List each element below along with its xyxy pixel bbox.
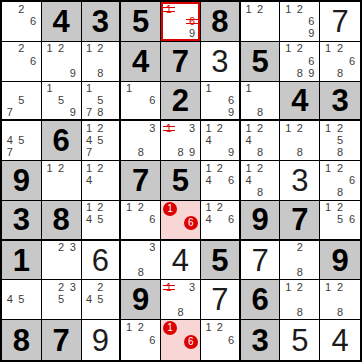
candidate-slot-6: 6	[184, 335, 198, 349]
cell-r7c1[interactable]: 1	[2, 241, 42, 281]
candidate-slot-6: 6	[27, 55, 39, 67]
candidate-slot-8	[16, 28, 28, 40]
cell-r6c6[interactable]: 1246	[201, 201, 241, 241]
candidate-grid: 57	[4, 83, 39, 119]
candidate: 1	[205, 83, 211, 94]
candidate-slot-9	[306, 147, 318, 159]
candidate: 3	[149, 123, 155, 134]
cell-r3c6[interactable]: 169	[201, 82, 241, 122]
solved-digit: 7	[211, 284, 228, 315]
solved-digit: 3	[291, 165, 308, 196]
cell-r9c7[interactable]: 3	[241, 320, 281, 360]
candidate: 2	[18, 4, 24, 15]
candidate: 1	[285, 43, 291, 54]
candidate: 5	[58, 294, 64, 305]
candidate: 1	[245, 83, 251, 94]
candidate-grid: 1258	[322, 122, 358, 159]
candidate-slot-6	[27, 94, 39, 106]
candidate-slot-7	[322, 226, 334, 238]
eliminated-candidate: 1	[165, 282, 173, 293]
cell-r3c1[interactable]: 57	[2, 82, 42, 122]
candidate: 2	[97, 43, 103, 54]
candidate-slot-1: 1	[84, 162, 95, 174]
candidate-slot-1	[4, 83, 16, 95]
cell-r3c8[interactable]: 4	[280, 82, 320, 122]
candidate-slot-4	[4, 94, 16, 106]
candidate-slot-2	[16, 122, 28, 134]
cell-r2c5[interactable]: 7	[161, 42, 201, 82]
given-digit: 9	[251, 204, 268, 235]
candidate-slot-2: 2	[334, 122, 346, 134]
candidate: 5	[97, 135, 103, 146]
cell-r6c8[interactable]: 7	[280, 201, 320, 241]
candidate-slot-5: 5	[55, 94, 67, 106]
candidate-grid: 16	[123, 83, 158, 119]
cell-r6c2[interactable]: 8	[42, 201, 82, 241]
candidate-grid: 1268	[322, 43, 358, 80]
candidate-slot-8	[55, 266, 67, 278]
candidate-slot-1	[4, 281, 16, 293]
candidate-slot-6	[147, 135, 159, 147]
candidate-slot-9: 9	[67, 106, 79, 118]
candidate-grid: 1269	[282, 3, 317, 40]
candidate: 6	[308, 16, 314, 27]
cell-r1c1[interactable]: 26	[2, 2, 42, 42]
candidate-slot-7	[4, 306, 16, 318]
candidate-slot-3: 3	[67, 242, 79, 254]
candidate-slot-9	[106, 67, 117, 79]
cell-r2c3[interactable]: 128	[82, 42, 122, 82]
candidate-slot-2	[16, 281, 28, 293]
candidate: 4	[86, 294, 92, 305]
candidate: 9	[189, 28, 195, 39]
candidate-slot-4: 4	[84, 214, 95, 226]
candidate-slot-2: 2	[214, 162, 225, 174]
candidate: 3	[189, 282, 195, 293]
cell-r3c7[interactable]: 18	[241, 82, 281, 122]
candidate: 1	[126, 202, 132, 213]
cell-r5c4[interactable]: 7	[121, 161, 161, 201]
candidate-slot-9	[266, 187, 278, 199]
candidate-slot-8	[95, 306, 106, 318]
candidate-slot-1: 1	[322, 202, 334, 214]
cell-r3c9[interactable]: 3	[320, 82, 360, 122]
candidate-slot-8	[177, 349, 184, 359]
cell-r9c1[interactable]: 8	[2, 320, 42, 360]
candidate-slot-5	[55, 55, 67, 67]
candidate-slot-2: 2	[294, 3, 306, 15]
cell-r7c4[interactable]: 38	[121, 241, 161, 281]
cell-r8c7[interactable]: 6	[241, 280, 281, 320]
candidate-slot-6	[306, 294, 318, 306]
candidate: 6	[30, 56, 36, 67]
cell-r7c8[interactable]: 28	[280, 241, 320, 281]
cell-r8c8[interactable]: 128	[280, 280, 320, 320]
candidate-slot-7	[203, 187, 214, 199]
candidate-slot-2	[95, 83, 106, 95]
candidate-slot-5	[294, 15, 306, 27]
candidate-slot-1	[84, 281, 95, 293]
cell-r9c8[interactable]: 5	[280, 320, 320, 360]
candidate-slot-5: 5	[16, 135, 28, 147]
candidate-slot-7	[163, 349, 177, 359]
cell-r7c5[interactable]: 4	[161, 241, 201, 281]
candidate: 4	[7, 135, 13, 146]
cell-r2c7[interactable]: 5	[241, 42, 281, 82]
candidate: 2	[217, 163, 223, 174]
cell-r5c6[interactable]: 1246	[201, 161, 241, 201]
cell-r4c1[interactable]: 457	[2, 121, 42, 161]
candidate-slot-4	[123, 94, 135, 106]
candidate-slot-7	[123, 226, 135, 238]
cell-r7c2[interactable]: 23	[42, 241, 82, 281]
cell-r2c9[interactable]: 1268	[320, 42, 360, 82]
candidate-slot-1: 1	[282, 122, 294, 134]
candidate-slot-2	[177, 321, 184, 335]
candidate-slot-2: 2	[294, 43, 306, 55]
candidate-slot-7	[322, 306, 334, 318]
candidate: 4	[7, 294, 13, 305]
candidate-slot-3: 3	[147, 242, 159, 254]
candidate: 9	[228, 107, 234, 118]
candidate-slot-5	[334, 55, 346, 67]
cell-r3c3[interactable]: 1578	[82, 82, 122, 122]
cell-r4c3[interactable]: 12457	[82, 121, 122, 161]
cell-r6c3[interactable]: 1245	[82, 201, 122, 241]
cell-r1c8[interactable]: 1269	[280, 2, 320, 42]
candidate-slot-1	[4, 122, 16, 134]
candidate: 1	[205, 322, 211, 333]
candidate-slot-5	[135, 94, 147, 106]
candidate-slot-1	[123, 122, 135, 134]
candidate-slot-5: 5	[334, 214, 346, 226]
candidate: 2	[58, 242, 64, 253]
candidate-slot-5	[214, 214, 225, 226]
candidate-slot-2: 2	[254, 162, 266, 174]
candidate-slot-8: 8	[334, 147, 346, 159]
candidate-slot-6: 6	[346, 55, 358, 67]
candidate-slot-4	[322, 55, 334, 67]
candidate: 5	[18, 294, 24, 305]
cell-r9c3[interactable]: 9	[82, 320, 122, 360]
candidate-slot-6	[67, 94, 79, 106]
candidate: 6	[349, 214, 355, 225]
candidate-slot-5	[177, 335, 184, 349]
cell-r3c4[interactable]: 16	[121, 82, 161, 122]
cell-r5c8[interactable]: 3	[280, 161, 320, 201]
cell-r5c7[interactable]: 1248	[241, 161, 281, 201]
candidate: 2	[97, 123, 103, 134]
cell-r8c3[interactable]: 245	[82, 280, 122, 320]
cell-r2c6[interactable]: 3	[201, 42, 241, 82]
candidate-slot-3	[184, 321, 198, 335]
candidate: 3	[189, 123, 195, 134]
cell-r5c1[interactable]: 9	[2, 161, 42, 201]
candidate-slot-9	[346, 187, 358, 199]
cell-r4c9[interactable]: 1258	[320, 121, 360, 161]
candidate-slot-6: 6	[186, 15, 198, 27]
candidate-slot-4: 4	[4, 135, 16, 147]
candidate: 8	[297, 267, 303, 278]
candidate: 2	[257, 123, 263, 134]
candidate-slot-4	[44, 174, 56, 186]
cell-r2c2[interactable]: 129	[42, 42, 82, 82]
candidate-slot-1: 1	[203, 162, 214, 174]
candidate-slot-8: 8	[334, 67, 346, 79]
candidate-slot-2: 2	[254, 3, 266, 15]
candidate-slot-1: 1	[123, 83, 135, 95]
cell-r4c6[interactable]: 1249	[201, 121, 241, 161]
cell-r7c9[interactable]: 9	[320, 241, 360, 281]
cell-r2c4[interactable]: 4	[121, 42, 161, 82]
candidate-slot-6	[67, 254, 79, 266]
cell-r4c8[interactable]: 128	[280, 121, 320, 161]
cell-r6c5[interactable]: 16	[161, 201, 201, 241]
cell-r9c6[interactable]: 126	[201, 320, 241, 360]
candidate-grid: 457	[4, 122, 39, 159]
candidate: 8	[337, 68, 343, 79]
candidate-slot-6	[106, 55, 117, 67]
candidate: 2	[18, 43, 24, 54]
candidate-slot-6	[346, 135, 358, 147]
candidate-slot-7	[322, 67, 334, 79]
candidate-slot-1: 1	[44, 162, 56, 174]
candidate: 1	[285, 123, 291, 134]
candidate-slot-4	[322, 294, 334, 306]
candidate: 8	[297, 68, 303, 79]
cell-r1c3[interactable]: 3	[82, 2, 122, 42]
cell-r8c2[interactable]: 235	[42, 280, 82, 320]
candidate-slot-7	[44, 266, 56, 278]
candidate-slot-3	[266, 162, 278, 174]
candidate-grid: 12	[243, 3, 278, 40]
cell-r8c9[interactable]: 128	[320, 280, 360, 320]
cell-r4c5[interactable]: 1389	[161, 121, 201, 161]
candidate: 5	[337, 214, 343, 225]
candidate: 8	[297, 147, 303, 158]
candidate-slot-2: 2	[214, 202, 225, 214]
candidate-slot-9	[266, 106, 278, 118]
candidate-slot-1	[4, 43, 16, 55]
candidate: 2	[217, 202, 223, 213]
candidate: 1	[126, 322, 132, 333]
cell-r7c3[interactable]: 6	[82, 241, 122, 281]
cell-r4c4[interactable]: 38	[121, 121, 161, 161]
candidate-slot-5	[254, 135, 266, 147]
candidate-slot-4	[163, 216, 177, 230]
given-digit: 5	[211, 245, 228, 276]
given-digit: 7	[172, 46, 189, 77]
candidate: 1	[205, 163, 211, 174]
candidate-slot-6: 6	[225, 174, 236, 186]
candidate-grid: 126	[203, 321, 237, 359]
candidate-slot-2: 2	[135, 321, 147, 334]
chain-highlight-candidate: 1	[163, 321, 177, 335]
candidate-slot-1: 1	[282, 43, 294, 55]
candidate-slot-3	[27, 122, 39, 134]
given-digit: 4	[132, 46, 149, 77]
candidate-slot-4	[203, 94, 214, 106]
candidate-slot-9	[27, 67, 39, 79]
cell-r2c1[interactable]: 26	[2, 42, 42, 82]
cell-r5c9[interactable]: 1268	[320, 161, 360, 201]
cell-r3c2[interactable]: 159	[42, 82, 82, 122]
candidate: 1	[86, 43, 92, 54]
cell-r5c2[interactable]: 12	[42, 161, 82, 201]
candidate-slot-3	[306, 3, 318, 15]
candidate-slot-5	[334, 294, 346, 306]
candidate-slot-3	[147, 321, 159, 334]
candidate-slot-8	[55, 306, 67, 318]
candidate-slot-6: 6	[346, 174, 358, 186]
candidate-slot-1	[4, 3, 16, 15]
candidate-slot-2: 2	[254, 122, 266, 134]
cell-r1c2[interactable]: 4	[42, 2, 82, 42]
candidate: 1	[245, 123, 251, 134]
candidate-slot-8: 8	[254, 106, 266, 118]
candidate: 1	[86, 83, 92, 94]
given-digit: 4	[53, 6, 70, 37]
cell-r9c4[interactable]: 126	[121, 320, 161, 360]
cell-r1c6[interactable]: 8	[201, 2, 241, 42]
cell-r9c9[interactable]: 4	[320, 320, 360, 360]
candidate-slot-5: 5	[16, 294, 28, 306]
cell-r9c2[interactable]: 7	[42, 320, 82, 360]
candidate-slot-4	[44, 55, 56, 67]
given-digit: 3	[331, 85, 348, 116]
cell-r6c9[interactable]: 1256	[320, 201, 360, 241]
candidate-slot-7	[163, 147, 175, 159]
candidate-slot-4	[84, 55, 95, 67]
candidate-slot-6	[67, 174, 79, 186]
cell-r1c9[interactable]: 7	[320, 2, 360, 42]
candidate-slot-6	[106, 135, 117, 147]
candidate-slot-9	[147, 147, 159, 159]
candidate-slot-3	[346, 43, 358, 55]
candidate-slot-7	[4, 67, 16, 79]
given-digit: 8	[211, 6, 228, 37]
candidate-slot-6	[266, 15, 278, 27]
candidate: 2	[97, 202, 103, 213]
cell-r1c5[interactable]: 169	[161, 2, 201, 42]
candidate-slot-1	[282, 242, 294, 254]
cell-r9c5[interactable]: 16	[161, 320, 201, 360]
candidate-slot-2	[135, 83, 147, 95]
candidate-slot-6	[186, 294, 198, 306]
candidate-slot-6	[266, 135, 278, 147]
candidate-slot-9: 9	[186, 28, 198, 40]
candidate-slot-7	[123, 346, 135, 359]
candidate-slot-5: 5	[334, 135, 346, 147]
candidate-grid: 126	[123, 321, 158, 359]
cell-r7c6[interactable]: 5	[201, 241, 241, 281]
candidate-grid: 245	[84, 281, 118, 318]
candidate-grid: 169	[203, 83, 237, 119]
cell-r7c7[interactable]: 7	[241, 241, 281, 281]
cell-r1c7[interactable]: 12	[241, 2, 281, 42]
cell-r5c5[interactable]: 5	[161, 161, 201, 201]
candidate: 4	[205, 135, 211, 146]
candidate-slot-5: 5	[95, 214, 106, 226]
candidate-slot-9	[106, 187, 117, 199]
cell-r4c7[interactable]: 1248	[241, 121, 281, 161]
candidate-slot-5	[214, 174, 225, 186]
cell-r2c8[interactable]: 12689	[280, 42, 320, 82]
candidate: 6	[228, 214, 234, 225]
candidate-grid: 45	[4, 281, 39, 318]
candidate-slot-2	[16, 83, 28, 95]
candidate-grid: 129	[44, 43, 79, 80]
cell-r5c3[interactable]: 124	[82, 161, 122, 201]
candidate-slot-9	[27, 147, 39, 159]
candidate: 6	[228, 95, 234, 106]
candidate-grid: 16	[163, 202, 198, 238]
candidate-grid: 1389	[163, 122, 198, 159]
candidate: 6	[228, 175, 234, 186]
given-digit: 3	[13, 204, 30, 235]
candidate-slot-4	[322, 174, 334, 186]
given-digit: 1	[13, 245, 30, 276]
candidate-slot-8	[214, 226, 225, 238]
candidate-grid: 128	[322, 281, 358, 318]
candidate-slot-8	[16, 67, 28, 79]
candidate-slot-9	[266, 147, 278, 159]
candidate-slot-5	[175, 294, 187, 306]
cell-r8c6[interactable]: 7	[201, 280, 241, 320]
candidate-slot-5: 5	[55, 294, 67, 306]
candidate-slot-8	[334, 226, 346, 238]
cell-r6c1[interactable]: 3	[2, 201, 42, 241]
candidate: 4	[86, 175, 92, 186]
candidate-slot-7	[282, 67, 294, 79]
cell-r8c5[interactable]: 138	[161, 280, 201, 320]
candidate: 4	[245, 135, 251, 146]
candidate-slot-2: 2	[95, 162, 106, 174]
cell-r4c2[interactable]: 6	[42, 121, 82, 161]
candidate: 4	[205, 214, 211, 225]
candidate-slot-4	[4, 55, 16, 67]
candidate-slot-2: 2	[294, 281, 306, 293]
cell-r1c4[interactable]: 5	[121, 2, 161, 42]
candidate-slot-1: 1	[44, 43, 56, 55]
given-digit: 9	[331, 245, 348, 276]
cell-r8c4[interactable]: 9	[121, 280, 161, 320]
candidate-slot-1: 1	[163, 321, 177, 335]
candidate-slot-9	[106, 306, 117, 318]
candidate-slot-3	[106, 122, 117, 134]
cell-r3c5[interactable]: 2	[161, 82, 201, 122]
candidate: 8	[177, 147, 183, 158]
candidate-slot-1: 1	[203, 83, 214, 95]
candidate-slot-6	[225, 135, 236, 147]
cell-r6c4[interactable]: 126	[121, 201, 161, 241]
candidate-slot-1: 1	[203, 202, 214, 214]
candidate: 9	[70, 107, 76, 118]
candidate: 2	[257, 163, 263, 174]
candidate-slot-9: 9	[67, 67, 79, 79]
candidate-slot-2: 2	[55, 43, 67, 55]
candidate-slot-8: 8	[95, 106, 106, 118]
cell-r8c1[interactable]: 45	[2, 280, 42, 320]
candidate: 5	[18, 135, 24, 146]
candidate-slot-6: 6	[147, 334, 159, 347]
candidate-slot-9	[106, 226, 117, 238]
candidate-slot-5: 5	[95, 294, 106, 306]
candidate-slot-9	[225, 346, 236, 359]
solved-digit: 4	[172, 245, 189, 276]
candidate-slot-1: 1	[163, 122, 175, 134]
cell-r6c7[interactable]: 9	[241, 201, 281, 241]
